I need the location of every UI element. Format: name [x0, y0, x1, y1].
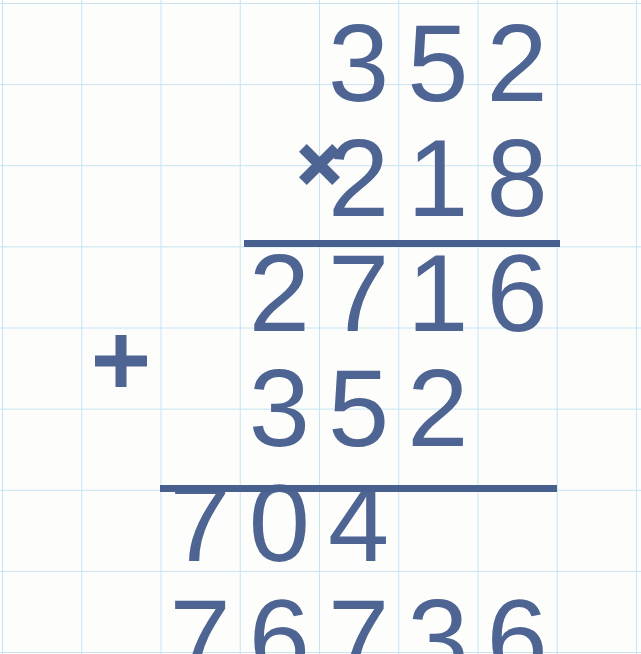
digit-cell: 7	[319, 578, 398, 654]
digit-cell: 1	[398, 118, 477, 233]
digit-cell: 1	[398, 233, 477, 348]
digit-cell: 5	[319, 348, 398, 463]
plus-icon	[95, 335, 147, 387]
digit-cell: 6	[478, 233, 557, 348]
digit-cell: 7	[319, 233, 398, 348]
digit-cell: 5	[398, 3, 477, 118]
worksheet-grid: 352218271635270476736	[0, 0, 641, 654]
digit-cell: 0	[240, 463, 319, 578]
digit-cell: 2	[240, 233, 319, 348]
plus-icon-stroke	[116, 335, 127, 387]
digit-cell: 2	[478, 3, 557, 118]
digit-cell: 4	[319, 463, 398, 578]
multiply-icon	[296, 141, 343, 188]
digit-cell: 8	[478, 118, 557, 233]
digit-cell: 6	[240, 578, 319, 654]
digit-cell: 3	[319, 3, 398, 118]
rule-under-multiplier	[244, 240, 560, 247]
digit-cell: 2	[398, 348, 477, 463]
digit-cell: 7	[161, 463, 240, 578]
digit-cell: 6	[478, 578, 557, 654]
rule-above-result	[160, 485, 557, 492]
digits-layer: 352218271635270476736	[2, 3, 636, 652]
digit-cell: 7	[161, 578, 240, 654]
digit-cell: 3	[240, 348, 319, 463]
digit-cell: 3	[398, 578, 477, 654]
